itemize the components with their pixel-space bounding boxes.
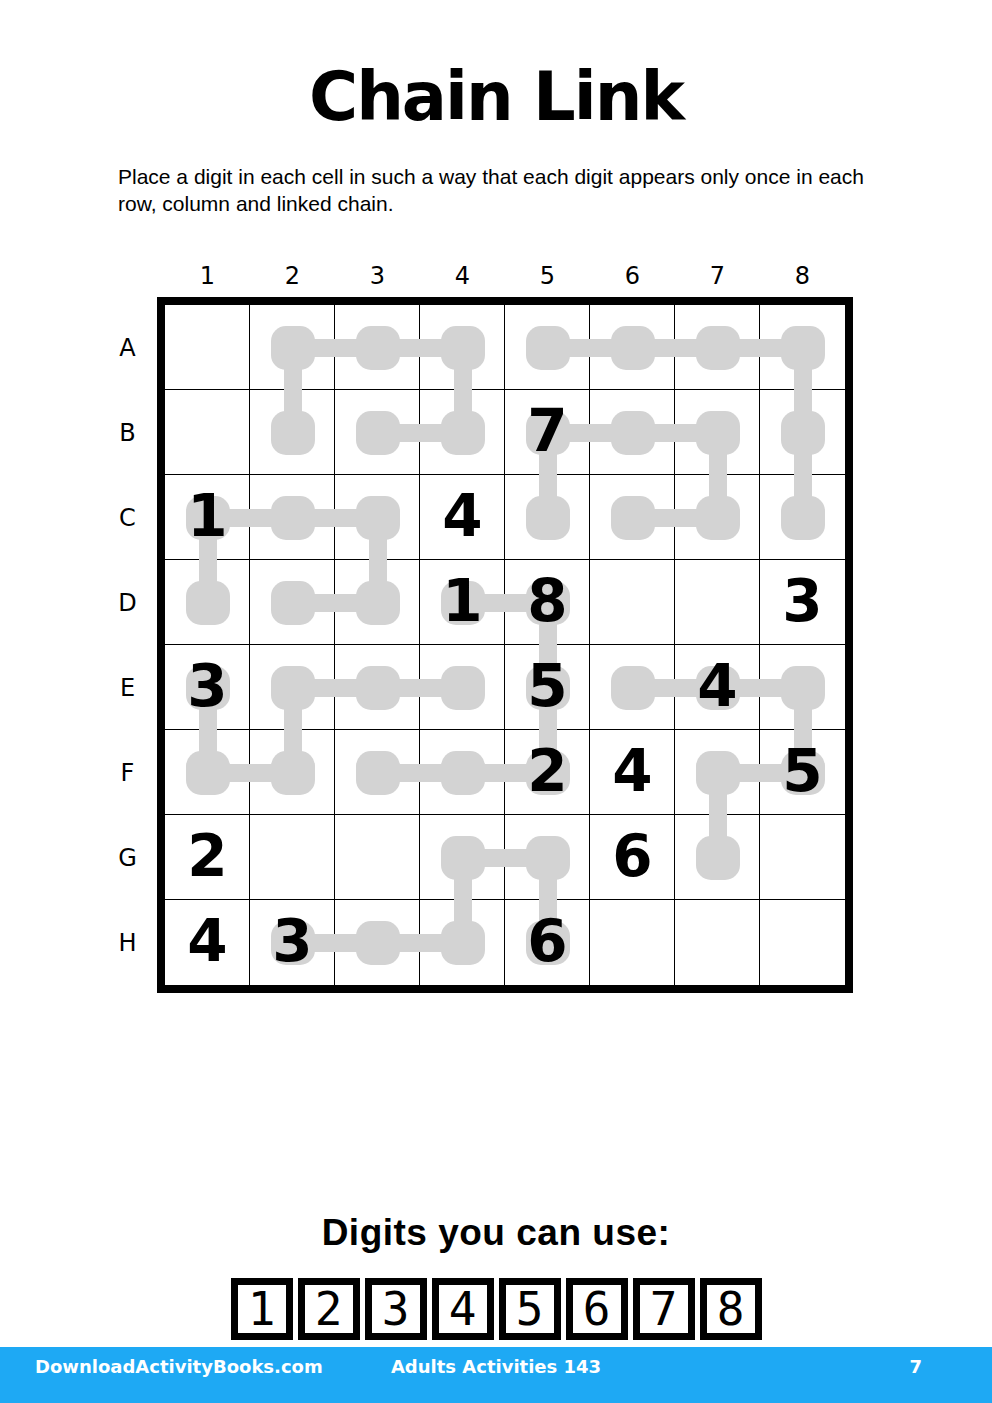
- digit-box-8: 8: [700, 1278, 762, 1340]
- cell-H8[interactable]: [760, 900, 845, 985]
- cell-E3[interactable]: [335, 645, 420, 730]
- instructions-text: Place a digit in each cell in such a way…: [118, 163, 908, 217]
- puzzle-board: 71418335424526436: [157, 297, 853, 993]
- cell-C3[interactable]: [335, 475, 420, 560]
- cell-G1[interactable]: [165, 815, 250, 900]
- cell-D3[interactable]: [335, 560, 420, 645]
- digit-box-4: 4: [432, 1278, 494, 1340]
- digit-box-6: 6: [566, 1278, 628, 1340]
- col-label-6: 6: [590, 262, 675, 292]
- cell-E6[interactable]: [590, 645, 675, 730]
- cell-A4[interactable]: [420, 305, 505, 390]
- cell-H1[interactable]: [165, 900, 250, 985]
- cell-C1[interactable]: [165, 475, 250, 560]
- cell-F8[interactable]: [760, 730, 845, 815]
- cell-G7[interactable]: [675, 815, 760, 900]
- cell-H2[interactable]: [250, 900, 335, 985]
- digit-box-7: 7: [633, 1278, 695, 1340]
- cell-H6[interactable]: [590, 900, 675, 985]
- cell-G2[interactable]: [250, 815, 335, 900]
- cell-F3[interactable]: [335, 730, 420, 815]
- cell-G5[interactable]: [505, 815, 590, 900]
- footer-bar: DownloadActivityBooks.com Adults Activit…: [0, 1347, 992, 1403]
- cell-D5[interactable]: [505, 560, 590, 645]
- cell-B4[interactable]: [420, 390, 505, 475]
- cell-D1[interactable]: [165, 560, 250, 645]
- cell-A6[interactable]: [590, 305, 675, 390]
- row-label-H: H: [105, 900, 150, 985]
- row-label-C: C: [105, 475, 150, 560]
- board-cells: [165, 305, 845, 985]
- cell-F5[interactable]: [505, 730, 590, 815]
- cell-A8[interactable]: [760, 305, 845, 390]
- cell-A1[interactable]: [165, 305, 250, 390]
- cell-D8[interactable]: [760, 560, 845, 645]
- cell-B1[interactable]: [165, 390, 250, 475]
- row-labels: ABCDEFGH: [105, 305, 150, 985]
- col-label-5: 5: [505, 262, 590, 292]
- digit-bank-heading: Digits you can use:: [0, 1212, 992, 1254]
- cell-D4[interactable]: [420, 560, 505, 645]
- cell-H4[interactable]: [420, 900, 505, 985]
- digit-box-2: 2: [298, 1278, 360, 1340]
- col-label-3: 3: [335, 262, 420, 292]
- row-label-B: B: [105, 390, 150, 475]
- cell-D7[interactable]: [675, 560, 760, 645]
- cell-F1[interactable]: [165, 730, 250, 815]
- footer-page-number: 7: [909, 1356, 922, 1377]
- col-label-8: 8: [760, 262, 845, 292]
- cell-B3[interactable]: [335, 390, 420, 475]
- page-title: Chain Link: [0, 58, 992, 136]
- cell-A3[interactable]: [335, 305, 420, 390]
- cell-B2[interactable]: [250, 390, 335, 475]
- digit-box-5: 5: [499, 1278, 561, 1340]
- cell-G4[interactable]: [420, 815, 505, 900]
- cell-F6[interactable]: [590, 730, 675, 815]
- cell-B5[interactable]: [505, 390, 590, 475]
- col-label-2: 2: [250, 262, 335, 292]
- cell-B7[interactable]: [675, 390, 760, 475]
- cell-C4[interactable]: [420, 475, 505, 560]
- cell-D2[interactable]: [250, 560, 335, 645]
- cell-E5[interactable]: [505, 645, 590, 730]
- cell-H3[interactable]: [335, 900, 420, 985]
- footer-book: Adults Activities 143: [0, 1356, 992, 1377]
- col-label-7: 7: [675, 262, 760, 292]
- col-label-4: 4: [420, 262, 505, 292]
- digit-bank: Digits you can use: 12345678: [0, 1212, 992, 1340]
- cell-E2[interactable]: [250, 645, 335, 730]
- cell-C8[interactable]: [760, 475, 845, 560]
- row-label-D: D: [105, 560, 150, 645]
- cell-C7[interactable]: [675, 475, 760, 560]
- cell-G6[interactable]: [590, 815, 675, 900]
- cell-E7[interactable]: [675, 645, 760, 730]
- cell-D6[interactable]: [590, 560, 675, 645]
- row-label-G: G: [105, 815, 150, 900]
- cell-A5[interactable]: [505, 305, 590, 390]
- cell-E1[interactable]: [165, 645, 250, 730]
- cell-E8[interactable]: [760, 645, 845, 730]
- col-label-1: 1: [165, 262, 250, 292]
- digit-box-1: 1: [231, 1278, 293, 1340]
- column-labels: 12345678: [165, 262, 845, 292]
- row-label-A: A: [105, 305, 150, 390]
- digit-bank-boxes: 12345678: [0, 1278, 992, 1340]
- cell-C5[interactable]: [505, 475, 590, 560]
- cell-H5[interactable]: [505, 900, 590, 985]
- cell-E4[interactable]: [420, 645, 505, 730]
- cell-H7[interactable]: [675, 900, 760, 985]
- cell-A2[interactable]: [250, 305, 335, 390]
- cell-B6[interactable]: [590, 390, 675, 475]
- cell-F2[interactable]: [250, 730, 335, 815]
- cell-B8[interactable]: [760, 390, 845, 475]
- cell-G3[interactable]: [335, 815, 420, 900]
- cell-G8[interactable]: [760, 815, 845, 900]
- row-label-E: E: [105, 645, 150, 730]
- digit-box-3: 3: [365, 1278, 427, 1340]
- cell-A7[interactable]: [675, 305, 760, 390]
- cell-F4[interactable]: [420, 730, 505, 815]
- cell-F7[interactable]: [675, 730, 760, 815]
- row-label-F: F: [105, 730, 150, 815]
- cell-C2[interactable]: [250, 475, 335, 560]
- cell-C6[interactable]: [590, 475, 675, 560]
